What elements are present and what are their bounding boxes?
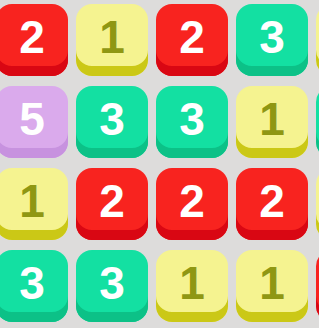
tile-number: 1	[259, 96, 285, 142]
tile-r3c4[interactable]: 2	[236, 168, 308, 240]
tile-number: 2	[99, 178, 125, 224]
tile-r3c3[interactable]: 2	[156, 168, 228, 240]
tile-r1c2[interactable]: 1	[76, 4, 148, 76]
tile-number: 1	[99, 14, 125, 60]
tile-r2c4[interactable]: 1	[236, 86, 308, 158]
tile-number: 1	[19, 178, 45, 224]
tile-r4c1[interactable]: 3	[0, 250, 68, 322]
tile-number: 3	[179, 96, 205, 142]
tile-r4c3[interactable]: 1	[156, 250, 228, 322]
tile-number: 3	[99, 96, 125, 142]
tile-r4c2[interactable]: 3	[76, 250, 148, 322]
tile-r4c4[interactable]: 1	[236, 250, 308, 322]
tile-board: 2 1 2 3 5 3 3 1 1 2 2 2 3 3 1 1	[0, 4, 319, 322]
tile-number: 2	[259, 178, 285, 224]
tile-number: 1	[259, 260, 285, 306]
tile-r4c5-partial[interactable]	[316, 250, 319, 322]
tile-r2c1[interactable]: 5	[0, 86, 68, 158]
tile-number: 3	[99, 260, 125, 306]
tile-number: 3	[259, 14, 285, 60]
tile-r3c5-partial[interactable]	[316, 168, 319, 240]
tile-r2c2[interactable]: 3	[76, 86, 148, 158]
tile-r2c3[interactable]: 3	[156, 86, 228, 158]
tile-number: 2	[179, 14, 205, 60]
tile-number: 5	[19, 96, 45, 142]
tile-number: 2	[19, 14, 45, 60]
tile-number: 1	[179, 260, 205, 306]
tile-r1c4[interactable]: 3	[236, 4, 308, 76]
tile-r2c5-partial[interactable]	[316, 86, 319, 158]
tile-r1c3[interactable]: 2	[156, 4, 228, 76]
tile-number: 3	[19, 260, 45, 306]
tile-r3c1[interactable]: 1	[0, 168, 68, 240]
tile-r1c1[interactable]: 2	[0, 4, 68, 76]
tile-r1c5-partial[interactable]	[316, 4, 319, 76]
tile-r3c2[interactable]: 2	[76, 168, 148, 240]
tile-number: 2	[179, 178, 205, 224]
